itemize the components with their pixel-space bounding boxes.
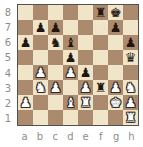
white-pawn[interactable]: ♟ — [110, 81, 122, 94]
black-pawn[interactable]: ♟ — [110, 21, 122, 34]
white-knight[interactable]: ♞ — [125, 81, 137, 94]
square-a2[interactable]: ♟ — [18, 95, 33, 110]
black-rook[interactable]: ♜ — [95, 6, 107, 19]
white-king[interactable]: ♚ — [110, 96, 122, 109]
rank-label-6: 6 — [0, 36, 16, 51]
black-rook[interactable]: ♜ — [95, 81, 107, 94]
square-f4[interactable] — [93, 65, 108, 80]
square-c2[interactable] — [48, 95, 63, 110]
black-pawn[interactable]: ♟ — [125, 36, 137, 49]
square-g6[interactable] — [108, 35, 123, 50]
square-b1[interactable] — [33, 110, 48, 125]
square-e2[interactable]: ♜ — [78, 95, 93, 110]
square-c6[interactable]: ♞ — [48, 35, 63, 50]
square-a7[interactable] — [18, 20, 33, 35]
black-queen[interactable]: ♛ — [125, 51, 137, 64]
square-b4[interactable]: ♟ — [33, 65, 48, 80]
square-e1[interactable] — [78, 110, 93, 125]
square-c7[interactable]: ♟ — [48, 20, 63, 35]
square-a8[interactable] — [18, 5, 33, 20]
square-h8[interactable] — [123, 5, 138, 20]
square-f1[interactable] — [93, 110, 108, 125]
square-e8[interactable] — [78, 5, 93, 20]
square-c1[interactable] — [48, 110, 63, 125]
square-g1[interactable] — [108, 110, 123, 125]
rank-label-4: 4 — [0, 66, 16, 81]
square-g3[interactable]: ♟ — [108, 80, 123, 95]
file-label-a: a — [17, 130, 32, 144]
chess-diagram: 87654321 ♜♚♟♟♟♟♞♝♟♟♛♟♟♟♞♟♟♜♟♞♟♝♜♚♟♜ abcd… — [0, 0, 143, 147]
file-label-e: e — [78, 130, 93, 144]
square-c8[interactable] — [48, 5, 63, 20]
white-bishop[interactable]: ♝ — [65, 96, 77, 109]
file-label-b: b — [32, 130, 47, 144]
square-c5[interactable] — [48, 50, 63, 65]
square-d6[interactable]: ♝ — [63, 35, 78, 50]
square-a4[interactable] — [18, 65, 33, 80]
rank-label-1: 1 — [0, 112, 16, 127]
square-a6[interactable]: ♟ — [18, 35, 33, 50]
square-b6[interactable] — [33, 35, 48, 50]
square-g4[interactable] — [108, 65, 123, 80]
black-pawn[interactable]: ♟ — [20, 36, 32, 49]
square-g2[interactable]: ♚ — [108, 95, 123, 110]
white-rook[interactable]: ♜ — [125, 111, 137, 124]
rank-label-3: 3 — [0, 81, 16, 96]
square-f2[interactable] — [93, 95, 108, 110]
square-b2[interactable] — [33, 95, 48, 110]
file-label-f: f — [93, 130, 108, 144]
square-a5[interactable] — [18, 50, 33, 65]
square-h7[interactable] — [123, 20, 138, 35]
square-b3[interactable]: ♞ — [33, 80, 48, 95]
square-d4[interactable]: ♟ — [63, 65, 78, 80]
square-d3[interactable] — [63, 80, 78, 95]
white-pawn[interactable]: ♟ — [125, 96, 137, 109]
white-pawn[interactable]: ♟ — [35, 66, 47, 79]
square-h5[interactable]: ♛ — [123, 50, 138, 65]
square-c4[interactable] — [48, 65, 63, 80]
file-label-d: d — [63, 130, 78, 144]
rank-label-2: 2 — [0, 97, 16, 112]
white-pawn[interactable]: ♟ — [20, 96, 32, 109]
black-pawn[interactable]: ♟ — [80, 66, 92, 79]
square-g8[interactable]: ♚ — [108, 5, 123, 20]
square-f3[interactable]: ♜ — [93, 80, 108, 95]
black-bishop[interactable]: ♝ — [65, 36, 77, 49]
square-a3[interactable] — [18, 80, 33, 95]
rank-label-8: 8 — [0, 5, 16, 20]
square-b5[interactable] — [33, 50, 48, 65]
square-e3[interactable]: ♟ — [78, 80, 93, 95]
square-f5[interactable] — [93, 50, 108, 65]
black-pawn[interactable]: ♟ — [50, 21, 62, 34]
file-label-h: h — [124, 130, 139, 144]
white-pawn[interactable]: ♟ — [65, 66, 77, 79]
black-king[interactable]: ♚ — [110, 6, 122, 19]
square-b7[interactable]: ♟ — [33, 20, 48, 35]
file-labels: abcdefgh — [17, 130, 139, 144]
square-h3[interactable]: ♞ — [123, 80, 138, 95]
white-rook[interactable]: ♜ — [80, 96, 92, 109]
square-f6[interactable] — [93, 35, 108, 50]
square-h4[interactable] — [123, 65, 138, 80]
square-h6[interactable]: ♟ — [123, 35, 138, 50]
square-h2[interactable]: ♟ — [123, 95, 138, 110]
square-f8[interactable]: ♜ — [93, 5, 108, 20]
rank-label-5: 5 — [0, 51, 16, 66]
square-b8[interactable] — [33, 5, 48, 20]
square-a1[interactable] — [18, 110, 33, 125]
black-knight[interactable]: ♞ — [50, 36, 62, 49]
square-d5[interactable]: ♟ — [63, 50, 78, 65]
chess-board: ♜♚♟♟♟♟♞♝♟♟♛♟♟♟♞♟♟♜♟♞♟♝♜♚♟♜ — [17, 4, 139, 126]
white-pawn[interactable]: ♟ — [80, 81, 92, 94]
square-g5[interactable] — [108, 50, 123, 65]
file-label-g: g — [109, 130, 124, 144]
square-h1[interactable]: ♜ — [123, 110, 138, 125]
black-pawn[interactable]: ♟ — [65, 51, 77, 64]
square-f7[interactable] — [93, 20, 108, 35]
white-pawn[interactable]: ♟ — [50, 81, 62, 94]
square-g7[interactable]: ♟ — [108, 20, 123, 35]
square-d8[interactable] — [63, 5, 78, 20]
square-d2[interactable]: ♝ — [63, 95, 78, 110]
black-pawn[interactable]: ♟ — [35, 21, 47, 34]
rank-labels: 87654321 — [0, 5, 16, 127]
square-e6[interactable] — [78, 35, 93, 50]
square-e5[interactable] — [78, 50, 93, 65]
square-e4[interactable]: ♟ — [78, 65, 93, 80]
file-label-c: c — [48, 130, 63, 144]
square-c3[interactable]: ♟ — [48, 80, 63, 95]
rank-label-7: 7 — [0, 20, 16, 35]
square-e7[interactable] — [78, 20, 93, 35]
white-knight[interactable]: ♞ — [35, 81, 47, 94]
square-d1[interactable] — [63, 110, 78, 125]
square-d7[interactable] — [63, 20, 78, 35]
